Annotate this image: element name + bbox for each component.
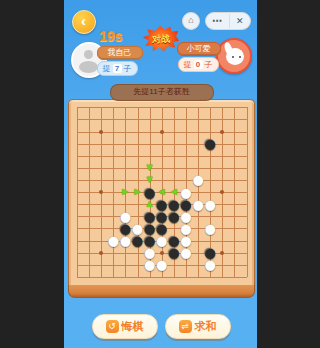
move-hint-arrow: ▶ [120,187,130,197]
star-point [160,251,164,255]
star-point [99,251,103,255]
draw-icon: ⇌ [179,320,192,333]
white-stone: ● [204,222,217,235]
board-edge [68,285,255,298]
white-stone: ● [180,246,193,259]
black-stone: ● [131,234,144,247]
move-hint-arrow: ▶ [133,187,143,197]
close-icon[interactable]: ✕ [229,14,244,28]
undo-button[interactable]: ↺ 悔棋 [92,314,158,339]
back-button[interactable]: ‹ [72,10,96,34]
star-point [220,130,224,134]
player-opponent-name: 小可爱 [177,42,221,56]
star-point [99,190,103,194]
white-stone: ● [119,234,132,247]
home-icon[interactable]: ⌂ [182,12,200,30]
capsule-pill: ⋯ ✕ [205,12,251,30]
move-hint-arrow: ▼ [145,163,155,173]
black-stone: ● [143,186,156,199]
self-capture-count: 7 [113,64,122,73]
grid-line-vertical [234,107,235,277]
white-stone: ● [192,173,205,186]
move-hint-arrow: ◀ [169,187,179,197]
grid-line-horizontal [77,277,247,278]
more-icon[interactable]: ⋯ [212,14,223,28]
grid-line-vertical [198,107,199,277]
player-self-name: 我自己 [97,46,143,60]
window-capsule: ⌂ ⋯ ✕ [182,12,251,30]
move-timer: 19s [100,28,123,44]
battle-badge: 对战 [142,25,179,54]
win-condition-banner: 先提11子者获胜 [110,84,214,101]
player-self-captures: 提 7 子 [97,61,138,76]
grid-line-vertical [247,107,248,277]
undo-icon: ↺ [106,320,119,333]
move-hint-arrow: ▲ [145,199,155,209]
player-opponent-captures: 提 0 子 [178,57,219,72]
opponent-capture-count: 0 [194,60,203,69]
white-stone: ● [204,258,217,271]
white-stone: ● [204,198,217,211]
offer-draw-button[interactable]: ⇌ 求和 [165,314,231,339]
move-hint-arrow: ▼ [145,175,155,185]
star-point [220,190,224,194]
black-stone: ● [204,137,217,150]
move-hint-arrow: ◀ [157,187,167,197]
black-stone: ● [167,246,180,259]
white-stone: ● [192,198,205,211]
star-point [160,130,164,134]
battle-badge-label: 对战 [151,33,170,47]
white-stone: ● [155,234,168,247]
star-point [220,251,224,255]
white-stone: ● [107,234,120,247]
white-stone: ● [155,258,168,271]
black-stone: ● [167,210,180,223]
avatar-opponent [216,38,252,74]
game-screen: ‹ ⌂ ⋯ ✕ 19s 对战 我自己 提 7 子 小可爱 提 0 子 先提11子… [64,0,257,348]
star-point [99,130,103,134]
person-icon [84,50,93,59]
white-stone: ● [143,258,156,271]
go-board[interactable]: ●●●●●●●●●●●●●●●●●●●●●●●●●●●●●●●●●●▼▼▶▶◀◀… [68,99,255,286]
